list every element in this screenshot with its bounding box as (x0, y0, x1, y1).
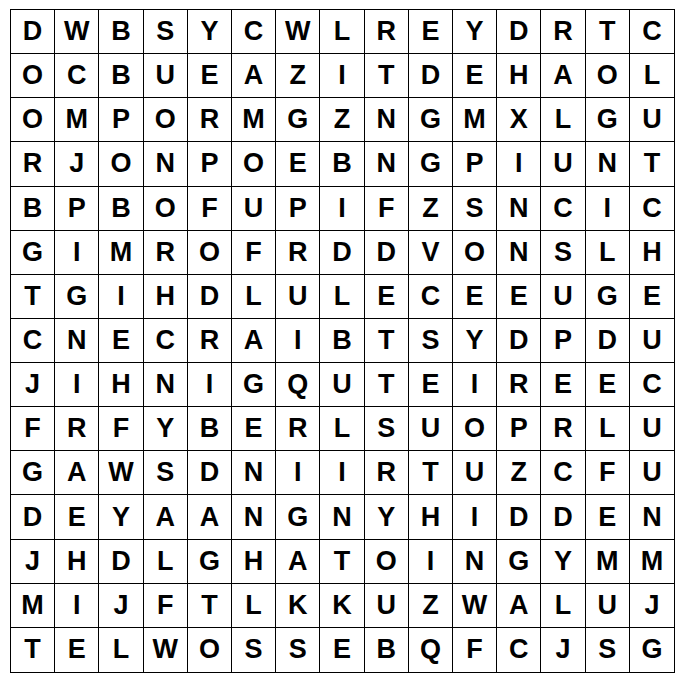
grid-cell-r10c2[interactable]: R (55, 407, 99, 451)
grid-cell-r1c7[interactable]: W (276, 10, 320, 54)
grid-cell-r15c6[interactable]: S (232, 628, 276, 672)
grid-cell-r2c7[interactable]: Z (276, 54, 320, 98)
grid-cell-r15c3[interactable]: L (99, 628, 143, 672)
grid-cell-r8c3[interactable]: E (99, 319, 143, 363)
grid-cell-r13c13[interactable]: Y (541, 540, 585, 584)
grid-cell-r4c6[interactable]: O (232, 142, 276, 186)
grid-cell-r1c9[interactable]: R (365, 10, 409, 54)
grid-cell-r6c3[interactable]: M (99, 231, 143, 275)
grid-cell-r6c8[interactable]: D (320, 231, 364, 275)
grid-cell-r5c10[interactable]: Z (409, 187, 453, 231)
grid-cell-r5c7[interactable]: P (276, 187, 320, 231)
grid-cell-r6c6[interactable]: F (232, 231, 276, 275)
grid-cell-r12c9[interactable]: Y (365, 495, 409, 539)
grid-cell-r13c1[interactable]: J (11, 540, 55, 584)
grid-cell-r10c14[interactable]: L (586, 407, 630, 451)
grid-cell-r11c3[interactable]: W (99, 451, 143, 495)
grid-cell-r12c10[interactable]: H (409, 495, 453, 539)
grid-cell-r14c5[interactable]: T (188, 584, 232, 628)
grid-cell-r11c5[interactable]: D (188, 451, 232, 495)
grid-cell-r1c15[interactable]: C (630, 10, 674, 54)
grid-cell-r3c9[interactable]: N (365, 98, 409, 142)
grid-cell-r7c2[interactable]: G (55, 275, 99, 319)
grid-cell-r14c7[interactable]: K (276, 584, 320, 628)
grid-cell-r14c2[interactable]: I (55, 584, 99, 628)
grid-cell-r8c15[interactable]: U (630, 319, 674, 363)
grid-cell-r1c3[interactable]: B (99, 10, 143, 54)
grid-cell-r9c14[interactable]: E (586, 363, 630, 407)
grid-cell-r11c14[interactable]: F (586, 451, 630, 495)
grid-cell-r15c14[interactable]: S (586, 628, 630, 672)
grid-cell-r2c14[interactable]: O (586, 54, 630, 98)
grid-cell-r8c1[interactable]: C (11, 319, 55, 363)
grid-cell-r8c7[interactable]: I (276, 319, 320, 363)
grid-cell-r4c10[interactable]: G (409, 142, 453, 186)
grid-cell-r14c9[interactable]: U (365, 584, 409, 628)
grid-cell-r2c2[interactable]: C (55, 54, 99, 98)
grid-cell-r8c13[interactable]: P (541, 319, 585, 363)
grid-cell-r5c1[interactable]: B (11, 187, 55, 231)
grid-cell-r5c12[interactable]: N (497, 187, 541, 231)
grid-cell-r13c8[interactable]: T (320, 540, 364, 584)
grid-cell-r12c14[interactable]: E (586, 495, 630, 539)
grid-cell-r1c12[interactable]: D (497, 10, 541, 54)
grid-cell-r15c4[interactable]: W (144, 628, 188, 672)
grid-cell-r3c2[interactable]: M (55, 98, 99, 142)
grid-cell-r14c4[interactable]: F (144, 584, 188, 628)
grid-cell-r11c10[interactable]: T (409, 451, 453, 495)
grid-cell-r7c6[interactable]: L (232, 275, 276, 319)
grid-cell-r6c15[interactable]: H (630, 231, 674, 275)
grid-cell-r7c15[interactable]: E (630, 275, 674, 319)
grid-cell-r12c2[interactable]: E (55, 495, 99, 539)
grid-cell-r15c10[interactable]: Q (409, 628, 453, 672)
grid-cell-r5c5[interactable]: F (188, 187, 232, 231)
grid-cell-r9c6[interactable]: G (232, 363, 276, 407)
grid-cell-r15c9[interactable]: B (365, 628, 409, 672)
grid-cell-r14c6[interactable]: L (232, 584, 276, 628)
grid-cell-r11c11[interactable]: U (453, 451, 497, 495)
grid-cell-r4c8[interactable]: B (320, 142, 364, 186)
grid-cell-r8c5[interactable]: R (188, 319, 232, 363)
grid-cell-r13c15[interactable]: M (630, 540, 674, 584)
grid-cell-r7c3[interactable]: I (99, 275, 143, 319)
grid-cell-r3c8[interactable]: Z (320, 98, 364, 142)
grid-cell-r15c1[interactable]: T (11, 628, 55, 672)
grid-cell-r15c7[interactable]: S (276, 628, 320, 672)
grid-cell-r11c12[interactable]: Z (497, 451, 541, 495)
grid-cell-r1c4[interactable]: S (144, 10, 188, 54)
grid-cell-r2c15[interactable]: L (630, 54, 674, 98)
grid-cell-r10c1[interactable]: F (11, 407, 55, 451)
grid-cell-r8c9[interactable]: T (365, 319, 409, 363)
grid-cell-r11c7[interactable]: I (276, 451, 320, 495)
grid-cell-r2c3[interactable]: B (99, 54, 143, 98)
grid-cell-r11c6[interactable]: N (232, 451, 276, 495)
grid-cell-r9c12[interactable]: R (497, 363, 541, 407)
grid-cell-r11c8[interactable]: I (320, 451, 364, 495)
grid-cell-r10c10[interactable]: U (409, 407, 453, 451)
grid-cell-r15c5[interactable]: O (188, 628, 232, 672)
grid-cell-r15c8[interactable]: E (320, 628, 364, 672)
grid-cell-r6c2[interactable]: I (55, 231, 99, 275)
grid-cell-r2c4[interactable]: U (144, 54, 188, 98)
grid-cell-r4c11[interactable]: P (453, 142, 497, 186)
grid-cell-r15c12[interactable]: C (497, 628, 541, 672)
grid-cell-r8c6[interactable]: A (232, 319, 276, 363)
grid-cell-r11c4[interactable]: S (144, 451, 188, 495)
grid-cell-r3c5[interactable]: R (188, 98, 232, 142)
grid-cell-r7c13[interactable]: U (541, 275, 585, 319)
grid-cell-r8c10[interactable]: S (409, 319, 453, 363)
grid-cell-r1c2[interactable]: W (55, 10, 99, 54)
grid-cell-r2c11[interactable]: E (453, 54, 497, 98)
grid-cell-r13c14[interactable]: M (586, 540, 630, 584)
grid-cell-r6c14[interactable]: L (586, 231, 630, 275)
grid-cell-r8c2[interactable]: N (55, 319, 99, 363)
grid-cell-r2c9[interactable]: T (365, 54, 409, 98)
grid-cell-r3c14[interactable]: G (586, 98, 630, 142)
grid-cell-r6c9[interactable]: D (365, 231, 409, 275)
grid-cell-r3c6[interactable]: M (232, 98, 276, 142)
grid-cell-r10c15[interactable]: U (630, 407, 674, 451)
grid-cell-r8c8[interactable]: B (320, 319, 364, 363)
grid-cell-r11c13[interactable]: C (541, 451, 585, 495)
grid-cell-r6c10[interactable]: V (409, 231, 453, 275)
grid-cell-r4c13[interactable]: U (541, 142, 585, 186)
grid-cell-r12c8[interactable]: N (320, 495, 364, 539)
grid-cell-r11c2[interactable]: A (55, 451, 99, 495)
grid-cell-r3c11[interactable]: M (453, 98, 497, 142)
grid-cell-r10c5[interactable]: B (188, 407, 232, 451)
grid-cell-r6c1[interactable]: G (11, 231, 55, 275)
grid-cell-r5c6[interactable]: U (232, 187, 276, 231)
grid-cell-r13c9[interactable]: O (365, 540, 409, 584)
grid-cell-r9c8[interactable]: U (320, 363, 364, 407)
grid-cell-r1c5[interactable]: Y (188, 10, 232, 54)
grid-cell-r14c1[interactable]: M (11, 584, 55, 628)
grid-cell-r7c14[interactable]: G (586, 275, 630, 319)
grid-cell-r11c9[interactable]: R (365, 451, 409, 495)
grid-cell-r5c3[interactable]: B (99, 187, 143, 231)
grid-cell-r12c6[interactable]: N (232, 495, 276, 539)
grid-cell-r10c9[interactable]: S (365, 407, 409, 451)
grid-cell-r9c13[interactable]: E (541, 363, 585, 407)
grid-cell-r13c11[interactable]: N (453, 540, 497, 584)
grid-cell-r2c12[interactable]: H (497, 54, 541, 98)
grid-cell-r7c9[interactable]: E (365, 275, 409, 319)
grid-cell-r8c11[interactable]: Y (453, 319, 497, 363)
grid-cell-r6c5[interactable]: O (188, 231, 232, 275)
grid-cell-r13c6[interactable]: H (232, 540, 276, 584)
grid-cell-r12c1[interactable]: D (11, 495, 55, 539)
grid-cell-r1c11[interactable]: Y (453, 10, 497, 54)
grid-cell-r7c4[interactable]: H (144, 275, 188, 319)
grid-cell-r12c13[interactable]: D (541, 495, 585, 539)
grid-cell-r9c5[interactable]: I (188, 363, 232, 407)
grid-cell-r2c5[interactable]: E (188, 54, 232, 98)
grid-cell-r5c15[interactable]: C (630, 187, 674, 231)
grid-cell-r13c4[interactable]: L (144, 540, 188, 584)
grid-cell-r3c10[interactable]: G (409, 98, 453, 142)
grid-cell-r13c3[interactable]: D (99, 540, 143, 584)
grid-cell-r13c5[interactable]: G (188, 540, 232, 584)
word-search-grid: DWBSYCWLREYDRTCOCBUEAZITDEHAOLOMPORMGZNG… (10, 9, 675, 673)
grid-cell-r5c13[interactable]: C (541, 187, 585, 231)
grid-cell-r9c2[interactable]: I (55, 363, 99, 407)
grid-cell-r9c3[interactable]: H (99, 363, 143, 407)
grid-cell-r4c1[interactable]: R (11, 142, 55, 186)
grid-cell-r11c1[interactable]: G (11, 451, 55, 495)
grid-cell-r4c2[interactable]: J (55, 142, 99, 186)
grid-cell-r1c1[interactable]: D (11, 10, 55, 54)
grid-cell-r7c8[interactable]: L (320, 275, 364, 319)
grid-cell-r12c3[interactable]: Y (99, 495, 143, 539)
grid-cell-r4c3[interactable]: O (99, 142, 143, 186)
grid-cell-r14c11[interactable]: W (453, 584, 497, 628)
grid-cell-r15c2[interactable]: E (55, 628, 99, 672)
grid-cell-r9c7[interactable]: Q (276, 363, 320, 407)
grid-cell-r11c15[interactable]: U (630, 451, 674, 495)
grid-cell-r7c5[interactable]: D (188, 275, 232, 319)
grid-cell-r9c15[interactable]: C (630, 363, 674, 407)
grid-cell-r14c8[interactable]: K (320, 584, 364, 628)
grid-cell-r10c6[interactable]: E (232, 407, 276, 451)
grid-cell-r1c6[interactable]: C (232, 10, 276, 54)
grid-cell-r9c9[interactable]: T (365, 363, 409, 407)
grid-cell-r12c4[interactable]: A (144, 495, 188, 539)
grid-cell-r2c10[interactable]: D (409, 54, 453, 98)
grid-cell-r10c4[interactable]: Y (144, 407, 188, 451)
grid-cell-r3c3[interactable]: P (99, 98, 143, 142)
grid-cell-r14c15[interactable]: J (630, 584, 674, 628)
grid-cell-r14c12[interactable]: A (497, 584, 541, 628)
grid-cell-r15c15[interactable]: G (630, 628, 674, 672)
grid-cell-r5c11[interactable]: S (453, 187, 497, 231)
grid-cell-r6c4[interactable]: R (144, 231, 188, 275)
grid-cell-r9c10[interactable]: E (409, 363, 453, 407)
grid-cell-r3c15[interactable]: U (630, 98, 674, 142)
grid-cell-r13c12[interactable]: G (497, 540, 541, 584)
grid-cell-r8c12[interactable]: D (497, 319, 541, 363)
grid-cell-r10c3[interactable]: F (99, 407, 143, 451)
grid-cell-r5c9[interactable]: F (365, 187, 409, 231)
grid-cell-r10c11[interactable]: O (453, 407, 497, 451)
grid-cell-r4c12[interactable]: I (497, 142, 541, 186)
grid-cell-r4c9[interactable]: N (365, 142, 409, 186)
grid-cell-r10c8[interactable]: L (320, 407, 364, 451)
grid-cell-r4c15[interactable]: T (630, 142, 674, 186)
grid-cell-r7c10[interactable]: C (409, 275, 453, 319)
grid-cell-r9c11[interactable]: I (453, 363, 497, 407)
grid-cell-r10c7[interactable]: R (276, 407, 320, 451)
grid-cell-r1c10[interactable]: E (409, 10, 453, 54)
grid-cell-r5c2[interactable]: P (55, 187, 99, 231)
grid-cell-r7c12[interactable]: E (497, 275, 541, 319)
grid-cell-r1c14[interactable]: T (586, 10, 630, 54)
grid-cell-r12c15[interactable]: N (630, 495, 674, 539)
grid-cell-r12c5[interactable]: A (188, 495, 232, 539)
grid-cell-r4c4[interactable]: N (144, 142, 188, 186)
grid-cell-r6c13[interactable]: S (541, 231, 585, 275)
grid-cell-r14c13[interactable]: L (541, 584, 585, 628)
grid-cell-r4c14[interactable]: N (586, 142, 630, 186)
grid-cell-r3c7[interactable]: G (276, 98, 320, 142)
grid-cell-r14c10[interactable]: Z (409, 584, 453, 628)
grid-cell-r3c4[interactable]: O (144, 98, 188, 142)
grid-cell-r13c10[interactable]: I (409, 540, 453, 584)
grid-cell-r3c1[interactable]: O (11, 98, 55, 142)
grid-cell-r9c1[interactable]: J (11, 363, 55, 407)
grid-cell-r14c3[interactable]: J (99, 584, 143, 628)
grid-cell-r10c13[interactable]: R (541, 407, 585, 451)
grid-cell-r10c12[interactable]: P (497, 407, 541, 451)
grid-cell-r6c11[interactable]: O (453, 231, 497, 275)
grid-cell-r9c4[interactable]: N (144, 363, 188, 407)
grid-cell-r1c13[interactable]: R (541, 10, 585, 54)
grid-cell-r4c7[interactable]: E (276, 142, 320, 186)
grid-cell-r12c12[interactable]: D (497, 495, 541, 539)
grid-cell-r7c11[interactable]: E (453, 275, 497, 319)
grid-cell-r5c4[interactable]: O (144, 187, 188, 231)
grid-cell-r12c7[interactable]: G (276, 495, 320, 539)
grid-cell-r6c7[interactable]: R (276, 231, 320, 275)
grid-cell-r15c11[interactable]: F (453, 628, 497, 672)
grid-cell-r12c11[interactable]: I (453, 495, 497, 539)
grid-cell-r13c7[interactable]: A (276, 540, 320, 584)
grid-cell-r5c14[interactable]: I (586, 187, 630, 231)
grid-cell-r8c4[interactable]: C (144, 319, 188, 363)
grid-cell-r4c5[interactable]: P (188, 142, 232, 186)
grid-cell-r3c12[interactable]: X (497, 98, 541, 142)
grid-cell-r15c13[interactable]: J (541, 628, 585, 672)
grid-cell-r1c8[interactable]: L (320, 10, 364, 54)
grid-cell-r2c13[interactable]: A (541, 54, 585, 98)
grid-cell-r2c1[interactable]: O (11, 54, 55, 98)
grid-cell-r13c2[interactable]: H (55, 540, 99, 584)
grid-cell-r7c1[interactable]: T (11, 275, 55, 319)
grid-cell-r3c13[interactable]: L (541, 98, 585, 142)
grid-cell-r7c7[interactable]: U (276, 275, 320, 319)
grid-cell-r14c14[interactable]: U (586, 584, 630, 628)
grid-cell-r8c14[interactable]: D (586, 319, 630, 363)
grid-cell-r6c12[interactable]: N (497, 231, 541, 275)
grid-cell-r2c6[interactable]: A (232, 54, 276, 98)
grid-cell-r2c8[interactable]: I (320, 54, 364, 98)
grid-cell-r5c8[interactable]: I (320, 187, 364, 231)
